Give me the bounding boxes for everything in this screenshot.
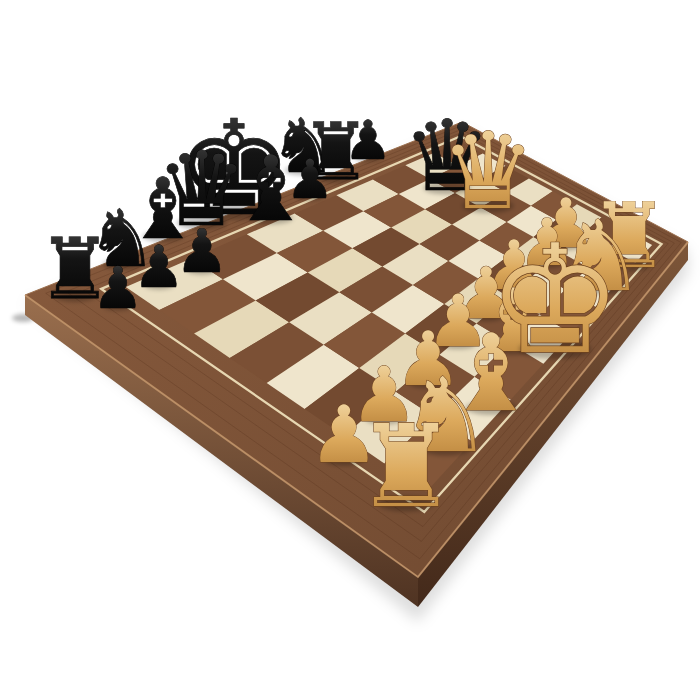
chess-board-scene: ♟♞♜♛♟♛♚♝♛♝♟♟♞♜♟♟♟♞♜♟♟♟♝♚♟♝♟♞♟♜ (0, 0, 700, 700)
white-rook: ♜ (355, 400, 457, 533)
product-photo-chess-set: ♟♞♜♛♟♛♚♝♛♝♟♟♞♜♟♟♟♞♜♟♟♟♝♚♟♝♟♞♟♜ (0, 0, 700, 700)
black-pawn: ♟ (92, 254, 144, 322)
